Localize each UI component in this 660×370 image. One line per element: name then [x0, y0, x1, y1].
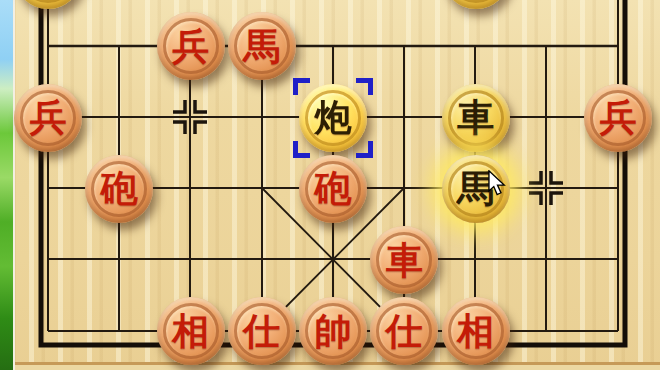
- piece-label: 帥: [315, 313, 352, 350]
- piece-label: 車: [386, 242, 423, 279]
- piece-label: 仕: [386, 313, 423, 350]
- piece-label: 相: [457, 313, 494, 350]
- piece-label: 兵: [600, 99, 637, 136]
- piece-red-advisor-d10[interactable]: 仕: [228, 297, 296, 365]
- piece-label: 馬: [243, 28, 280, 65]
- piece-label: 兵: [30, 99, 67, 136]
- piece-red-elephant-g10[interactable]: 相: [442, 297, 510, 365]
- piece-label: 仕: [243, 313, 280, 350]
- piece-label: 馬: [457, 170, 494, 207]
- piece-red-chariot-f9[interactable]: 車: [370, 226, 438, 294]
- piece-red-general-e10[interactable]: 帥: [299, 297, 367, 365]
- xiangqi-game-screen: 卒卒兵馬兵炮車兵砲砲馬車相仕帥仕相: [0, 0, 660, 370]
- piece-red-elephant-c10[interactable]: 相: [157, 297, 225, 365]
- piece-black-soldier-g5[interactable]: 卒: [442, 0, 510, 9]
- piece-label: 砲: [101, 170, 138, 207]
- pieces-layer: 卒卒兵馬兵炮車兵砲砲馬車相仕帥仕相: [0, 0, 660, 370]
- piece-black-chariot-g7[interactable]: 車: [442, 84, 510, 152]
- piece-label: 車: [457, 99, 494, 136]
- piece-red-advisor-f10[interactable]: 仕: [370, 297, 438, 365]
- piece-red-soldier-i7[interactable]: 兵: [584, 84, 652, 152]
- piece-red-soldier-c6[interactable]: 兵: [157, 12, 225, 80]
- piece-label: 相: [172, 313, 209, 350]
- piece-red-cannon-e8[interactable]: 砲: [299, 155, 367, 223]
- piece-label: 兵: [172, 28, 209, 65]
- piece-red-horse-d6[interactable]: 馬: [228, 12, 296, 80]
- piece-label: 砲: [315, 170, 352, 207]
- piece-black-horse-g8[interactable]: 馬: [442, 155, 510, 223]
- selection-brackets: [293, 78, 373, 158]
- piece-black-soldier-a5[interactable]: 卒: [14, 0, 82, 9]
- piece-black-cannon-e7[interactable]: 炮: [299, 84, 367, 152]
- piece-red-cannon-b8[interactable]: 砲: [85, 155, 153, 223]
- piece-red-soldier-a7[interactable]: 兵: [14, 84, 82, 152]
